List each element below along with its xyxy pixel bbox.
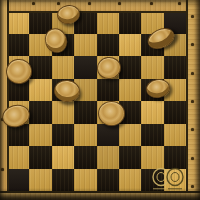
checker-piece-p1[interactable] bbox=[56, 3, 82, 26]
checkers-board-photo bbox=[0, 0, 200, 200]
checker-piece-p3[interactable] bbox=[4, 57, 33, 85]
checker-piece-p5[interactable] bbox=[96, 55, 123, 80]
checker-piece-p2[interactable] bbox=[41, 25, 70, 56]
checker-piece-p6[interactable] bbox=[144, 24, 177, 53]
checker-piece-p4[interactable] bbox=[53, 79, 81, 104]
checker-piece-p9[interactable] bbox=[0, 102, 32, 130]
checker-piece-p7[interactable] bbox=[145, 77, 172, 100]
checker-piece-p8[interactable] bbox=[98, 101, 125, 126]
pieces-layer bbox=[0, 0, 200, 200]
